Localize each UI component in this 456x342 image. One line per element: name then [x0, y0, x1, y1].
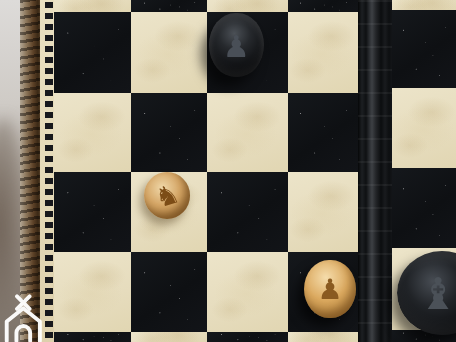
left-half-square-r2-c3 [207, 93, 288, 172]
left-half-square-r1-c4 [288, 12, 358, 93]
left-half-square-r2-c2 [131, 93, 207, 172]
board-photo: ♟ ♞ ♟ ♝ [0, 0, 456, 342]
film-strip-trim-border [45, 2, 53, 342]
left-half-square-r2-c4 [288, 93, 358, 172]
left-half-square-r5-c2 [131, 332, 207, 342]
right-half-square-r1-c1 [392, 10, 456, 88]
right-half-square-r3-c1 [392, 168, 456, 248]
left-half-square-r1-c1 [54, 12, 131, 93]
left-half-square-r0-c4 [288, 0, 358, 12]
white-knight: ♞ [144, 172, 190, 219]
right-half-square-r0-c1 [392, 0, 456, 10]
left-half-square-r5-c1 [54, 332, 131, 342]
white-pawn: ♟ [304, 260, 356, 318]
white-pawn-glyph: ♟ [317, 276, 342, 304]
board-wooden-edge [20, 0, 42, 342]
left-half-square-r2-c1 [54, 93, 131, 172]
left-half-square-r0-c3 [207, 0, 288, 12]
left-half-square-r3-c1 [54, 172, 131, 252]
left-half-square-r0-c2 [131, 0, 207, 12]
left-half-square-r4-c3 [207, 252, 288, 332]
left-half-square-r4-c1 [54, 252, 131, 332]
board-hinge-strip [358, 0, 392, 342]
black-pawn-glyph: ♟ [223, 32, 250, 62]
left-half-square-r3-c3 [207, 172, 288, 252]
house-logo-watermark-icon [2, 294, 48, 342]
left-half-square-r5-c4 [288, 332, 358, 342]
left-half-square-r1-c2 [131, 12, 207, 93]
black-bishop-glyph: ♝ [418, 272, 456, 316]
white-knight-glyph: ♞ [151, 179, 182, 212]
left-half-square-r4-c2 [131, 252, 207, 332]
right-half-square-r2-c1 [392, 88, 456, 168]
left-half-square-r5-c3 [207, 332, 288, 342]
left-half-square-r3-c4 [288, 172, 358, 252]
black-pawn: ♟ [209, 13, 264, 77]
left-half-square-r0-c1 [54, 0, 131, 12]
